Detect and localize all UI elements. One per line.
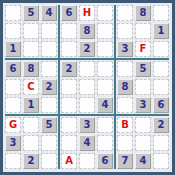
- cell-r8c7[interactable]: [117, 135, 133, 151]
- cell-r7c4[interactable]: [61, 117, 77, 133]
- cell-r8c6[interactable]: [97, 135, 113, 151]
- cell-r9c6[interactable]: 6: [97, 153, 113, 169]
- cell-r2c9[interactable]: 1: [153, 23, 169, 39]
- cell-r6c5[interactable]: [79, 97, 95, 113]
- cell-r5c3[interactable]: 2: [41, 79, 57, 95]
- cell-r7c8[interactable]: [135, 117, 151, 133]
- box-6: 5836: [117, 61, 169, 113]
- cell-r9c5[interactable]: [79, 153, 95, 169]
- cell-r5c7[interactable]: 8: [117, 79, 133, 95]
- box-9: B274: [117, 117, 169, 169]
- box-2: 6H82: [61, 5, 113, 57]
- sudoku-board: 5416H82813F68C21245836G53234A6B274: [0, 0, 175, 175]
- cell-r5c1[interactable]: [5, 79, 21, 95]
- cell-r6c3[interactable]: [41, 97, 57, 113]
- box-1: 541: [5, 5, 57, 57]
- cell-r8c4[interactable]: [61, 135, 77, 151]
- box-divider-vertical-2: [114, 5, 116, 169]
- cell-r6c7[interactable]: [117, 97, 133, 113]
- box-divider-horizontal-2: [5, 114, 169, 116]
- cell-r6c8[interactable]: 3: [135, 97, 151, 113]
- cell-r1c6[interactable]: [97, 5, 113, 21]
- cell-r3c4[interactable]: [61, 41, 77, 57]
- box-divider-horizontal-1: [5, 58, 169, 60]
- cell-r3c8[interactable]: F: [135, 41, 151, 57]
- cell-r4c3[interactable]: [41, 61, 57, 77]
- cell-r2c1[interactable]: [5, 23, 21, 39]
- cell-r9c4[interactable]: A: [61, 153, 77, 169]
- cell-r8c2[interactable]: [23, 135, 39, 151]
- cell-r1c9[interactable]: [153, 5, 169, 21]
- cell-r5c8[interactable]: [135, 79, 151, 95]
- cell-r2c4[interactable]: [61, 23, 77, 39]
- cell-r4c4[interactable]: 2: [61, 61, 77, 77]
- cell-r2c5[interactable]: 8: [79, 23, 95, 39]
- cell-r9c7[interactable]: 7: [117, 153, 133, 169]
- cell-r7c7[interactable]: B: [117, 117, 133, 133]
- cell-r6c6[interactable]: 4: [97, 97, 113, 113]
- cell-r7c9[interactable]: 2: [153, 117, 169, 133]
- box-4: 68C21: [5, 61, 57, 113]
- cell-r9c1[interactable]: [5, 153, 21, 169]
- sudoku-grid: 5416H82813F68C21245836G53234A6B274: [5, 5, 169, 169]
- cell-r7c5[interactable]: 3: [79, 117, 95, 133]
- cell-r6c2[interactable]: 1: [23, 97, 39, 113]
- cell-r9c8[interactable]: 4: [135, 153, 151, 169]
- cell-r7c6[interactable]: [97, 117, 113, 133]
- cell-r3c9[interactable]: [153, 41, 169, 57]
- cell-r4c9[interactable]: [153, 61, 169, 77]
- cell-r4c5[interactable]: [79, 61, 95, 77]
- cell-r1c1[interactable]: [5, 5, 21, 21]
- cell-r9c3[interactable]: [41, 153, 57, 169]
- cell-r1c7[interactable]: [117, 5, 133, 21]
- cell-r5c6[interactable]: [97, 79, 113, 95]
- cell-r4c8[interactable]: 5: [135, 61, 151, 77]
- box-divider-vertical-1: [58, 5, 60, 169]
- cell-r6c9[interactable]: 6: [153, 97, 169, 113]
- cell-r4c1[interactable]: 6: [5, 61, 21, 77]
- cell-r1c5[interactable]: H: [79, 5, 95, 21]
- cell-r7c3[interactable]: 5: [41, 117, 57, 133]
- cell-r4c7[interactable]: [117, 61, 133, 77]
- cell-r8c1[interactable]: 3: [5, 135, 21, 151]
- cell-r5c9[interactable]: [153, 79, 169, 95]
- cell-r8c9[interactable]: [153, 135, 169, 151]
- cell-r6c4[interactable]: [61, 97, 77, 113]
- cell-r2c8[interactable]: [135, 23, 151, 39]
- cell-r4c6[interactable]: [97, 61, 113, 77]
- cell-r3c6[interactable]: [97, 41, 113, 57]
- cell-r5c2[interactable]: C: [23, 79, 39, 95]
- cell-r7c1[interactable]: G: [5, 117, 21, 133]
- cell-r7c2[interactable]: [23, 117, 39, 133]
- cell-r8c8[interactable]: [135, 135, 151, 151]
- cell-r3c2[interactable]: [23, 41, 39, 57]
- cell-r9c2[interactable]: 2: [23, 153, 39, 169]
- cell-r5c5[interactable]: [79, 79, 95, 95]
- box-5: 24: [61, 61, 113, 113]
- box-8: 34A6: [61, 117, 113, 169]
- cell-r9c9[interactable]: [153, 153, 169, 169]
- cell-r8c3[interactable]: [41, 135, 57, 151]
- box-7: G532: [5, 117, 57, 169]
- cell-r1c4[interactable]: 6: [61, 5, 77, 21]
- cell-r3c3[interactable]: [41, 41, 57, 57]
- cell-r2c6[interactable]: [97, 23, 113, 39]
- cell-r4c2[interactable]: 8: [23, 61, 39, 77]
- cell-r2c7[interactable]: [117, 23, 133, 39]
- cell-r8c5[interactable]: 4: [79, 135, 95, 151]
- cell-r1c3[interactable]: 4: [41, 5, 57, 21]
- cell-r2c2[interactable]: [23, 23, 39, 39]
- cell-r6c1[interactable]: [5, 97, 21, 113]
- cell-r3c1[interactable]: 1: [5, 41, 21, 57]
- cell-r3c7[interactable]: 3: [117, 41, 133, 57]
- cell-r1c2[interactable]: 5: [23, 5, 39, 21]
- cell-r3c5[interactable]: 2: [79, 41, 95, 57]
- cell-r2c3[interactable]: [41, 23, 57, 39]
- cell-r5c4[interactable]: [61, 79, 77, 95]
- box-3: 813F: [117, 5, 169, 57]
- cell-r1c8[interactable]: 8: [135, 5, 151, 21]
